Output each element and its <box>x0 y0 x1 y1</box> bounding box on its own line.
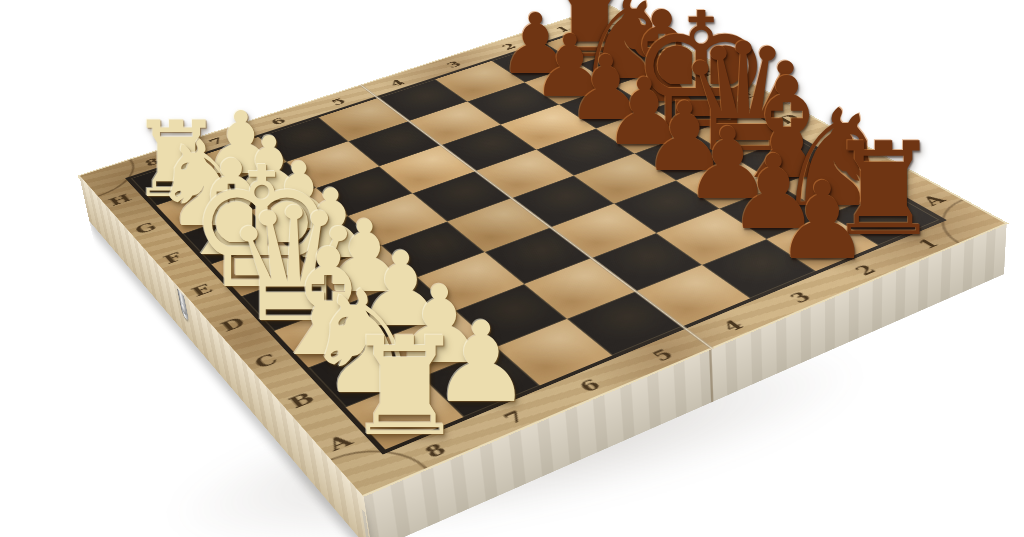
piece-white-rook[interactable]: ♜ <box>344 318 466 455</box>
piece-layer: ♜♞♝♛♚♝♞♜♟♟♟♟♟♟♟♟♟♟♟♟♟♟♟♟♜♞♝♛♚♝♞♜ <box>0 0 1024 537</box>
photo-stage: HGFEDCBAHGFEDCBA1234567812345678 ♜♞♝♛♚♝♞… <box>0 0 1024 537</box>
piece-black-pawn[interactable]: ♟ <box>774 168 870 275</box>
